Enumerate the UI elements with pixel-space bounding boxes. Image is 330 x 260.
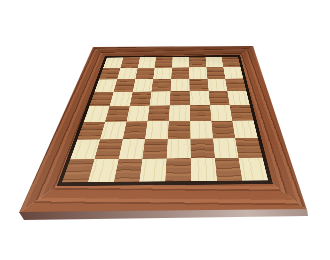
board-square [143, 139, 168, 159]
board-square [205, 57, 223, 67]
board-square [133, 79, 154, 92]
board-square [150, 91, 171, 105]
board-square [190, 138, 214, 158]
board-square [171, 67, 189, 78]
board-square [135, 68, 155, 80]
board-square [171, 79, 190, 92]
board-square [118, 139, 145, 159]
board-square [191, 158, 217, 181]
board-square [168, 121, 191, 139]
board-square [230, 105, 254, 121]
board-square [210, 105, 233, 121]
board-square [165, 158, 191, 181]
board-square [206, 67, 225, 78]
board-square [232, 120, 257, 138]
board-square [213, 138, 239, 158]
board-square [190, 121, 213, 139]
board-square [123, 121, 148, 139]
board-square [172, 57, 189, 67]
board-square [130, 92, 152, 106]
board-square [155, 57, 173, 67]
product-photo-scene [0, 0, 330, 260]
board-square [189, 67, 207, 78]
board-square [235, 138, 262, 158]
board-square [145, 121, 169, 139]
board-square [211, 121, 235, 139]
board-square [222, 57, 241, 67]
board-square [153, 67, 172, 79]
board-square [126, 106, 149, 122]
board-square [114, 159, 143, 182]
board-square [225, 78, 246, 91]
board-square [169, 105, 190, 121]
board-square [227, 91, 249, 105]
board-square [190, 105, 211, 121]
chess-board [19, 46, 307, 213]
board-square [189, 79, 208, 92]
board-square [152, 79, 172, 92]
board-square [139, 159, 166, 182]
board-square [189, 57, 206, 67]
board-square [138, 57, 157, 67]
board-square [208, 91, 229, 105]
board-square [190, 91, 210, 105]
board-square [207, 78, 227, 91]
board-square [223, 67, 243, 78]
board-square [167, 138, 191, 158]
board-square [170, 91, 190, 105]
board-square [148, 105, 170, 121]
